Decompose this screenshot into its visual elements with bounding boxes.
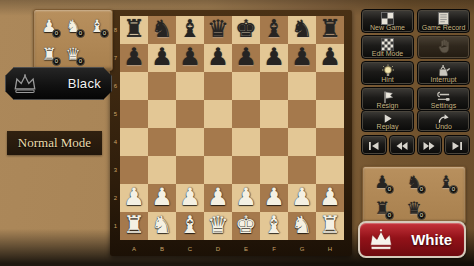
square-a1[interactable]: ♜ [120,212,148,240]
square-h3[interactable] [316,156,344,184]
square-h6[interactable] [316,72,344,100]
capture-count-badge: 0 [52,57,61,66]
white-bishop[interactable]: ♝ [260,212,288,239]
square-d6[interactable] [204,72,232,100]
black-rook[interactable]: ♜ [316,16,344,43]
square-b3[interactable] [148,156,176,184]
square-h8[interactable]: ♜ [316,16,344,44]
white-pawn[interactable]: ♟ [288,184,316,211]
white-queen[interactable]: ♛ [204,212,232,239]
replay-button[interactable]: Replay [361,110,414,132]
hand-icon [437,38,451,54]
rank-label: 4 [111,128,120,156]
tray-pawn: ♟0 [38,13,60,39]
file-label: A [120,244,148,254]
square-e4[interactable] [232,128,260,156]
square-a7[interactable]: ♟ [120,44,148,72]
square-e1[interactable]: ♚ [232,212,260,240]
white-bishop[interactable]: ♝ [176,212,204,239]
square-d7[interactable]: ♟ [204,44,232,72]
square-a6[interactable] [120,72,148,100]
black-knight[interactable]: ♞ [288,16,316,43]
black-king[interactable]: ♚ [232,16,260,43]
capture-count-badge: 0 [417,211,426,220]
square-e8[interactable]: ♚ [232,16,260,44]
game-record-button[interactable]: Game Record [417,9,470,33]
square-c7[interactable]: ♟ [176,44,204,72]
square-a4[interactable] [120,128,148,156]
tray-bishop: ♝0 [86,13,108,39]
white-crown-icon [367,228,395,252]
square-c1[interactable]: ♝ [176,212,204,240]
square-a2[interactable]: ♟ [120,184,148,212]
square-d8[interactable]: ♛ [204,16,232,44]
rank-label: 1 [111,212,120,240]
step-back-button[interactable] [389,135,415,155]
interrupt-button[interactable]: Interrupt [417,61,470,85]
black-pawn[interactable]: ♟ [120,44,148,71]
resign-button[interactable]: Resign [361,87,414,111]
square-f1[interactable]: ♝ [260,212,288,240]
white-pawn[interactable]: ♟ [176,184,204,211]
hint-button[interactable]: Hint [361,61,414,85]
white-knight[interactable]: ♞ [148,212,176,239]
square-b8[interactable]: ♞ [148,16,176,44]
square-a8[interactable]: ♜ [120,16,148,44]
white-pawn[interactable]: ♟ [232,184,260,211]
square-d3[interactable] [204,156,232,184]
file-label: E [232,244,260,254]
white-capture-tray: ♟0♞0♝0♜0♛0 [362,166,466,224]
rank-label: 2 [111,184,120,212]
square-g7[interactable]: ♟ [288,44,316,72]
mode-label: Normal Mode [18,135,91,151]
square-d1[interactable]: ♛ [204,212,232,240]
square-f4[interactable] [260,128,288,156]
square-g2[interactable]: ♟ [288,184,316,212]
square-b6[interactable] [148,72,176,100]
black-knight[interactable]: ♞ [148,16,176,43]
white-pawn[interactable]: ♟ [260,184,288,211]
square-h7[interactable]: ♟ [316,44,344,72]
playback-panel [361,135,470,155]
file-label: B [148,244,176,254]
square-f8[interactable]: ♝ [260,16,288,44]
white-rook[interactable]: ♜ [120,212,148,239]
file-label: C [176,244,204,254]
step-forward-button[interactable] [417,135,443,155]
capture-count-badge: 0 [76,57,85,66]
square-b7[interactable]: ♟ [148,44,176,72]
square-e5[interactable] [232,100,260,128]
file-label: D [204,244,232,254]
square-e3[interactable] [232,156,260,184]
square-d2[interactable]: ♟ [204,184,232,212]
square-g6[interactable] [288,72,316,100]
tray-bishop: ♝0 [435,169,457,195]
white-pawn[interactable]: ♟ [148,184,176,211]
black-pawn[interactable]: ♟ [176,44,204,71]
rank-label: 6 [111,72,120,100]
square-c8[interactable]: ♝ [176,16,204,44]
capture-count-badge: 0 [385,211,394,220]
black-pawn[interactable]: ♟ [288,44,316,71]
new-game-button[interactable]: New Game [361,9,414,33]
square-b2[interactable]: ♟ [148,184,176,212]
black-rook[interactable]: ♜ [120,16,148,43]
black-pawn[interactable]: ♟ [148,44,176,71]
white-pawn[interactable]: ♟ [120,184,148,211]
fast-forward-icon [422,140,436,152]
square-g8[interactable]: ♞ [288,16,316,44]
black-bishop[interactable]: ♝ [176,16,204,43]
black-pawn[interactable]: ♟ [316,44,344,71]
square-f6[interactable] [260,72,288,100]
chess-app-window: 87654321 ♜♞♝♛♚♝♞♜♟♟♟♟♟♟♟♟♟♟♟♟♟♟♟♟♜♞♝♛♚♝♞… [0,0,474,266]
white-player-label: White [395,231,464,248]
capture-count-badge: 0 [76,29,85,38]
capture-count-badge: 0 [417,185,426,194]
black-capture-tray: ♟0♞0♝0♜0♛0 [33,9,113,71]
square-g5[interactable] [288,100,316,128]
square-e6[interactable] [232,72,260,100]
square-h2[interactable]: ♟ [316,184,344,212]
replay-panel: Replay Undo [361,110,470,132]
settings-button[interactable]: Settings [417,87,470,111]
file-label: F [260,244,288,254]
black-crown-icon [12,73,38,95]
menu-panel: New Game Game Record Edit Mode [361,9,470,111]
black-player-banner: Black [5,67,112,100]
edit-mode-button[interactable]: Edit Mode [361,35,414,59]
square-h4[interactable] [316,128,344,156]
white-player-banner: White [358,221,466,258]
square-a3[interactable] [120,156,148,184]
capture-count-badge: 0 [385,185,394,194]
tray-rook: ♜0 [38,41,60,67]
file-label: G [288,244,316,254]
tray-knight: ♞0 [62,13,84,39]
file-label: H [316,244,344,254]
go-to-end-button[interactable] [444,135,470,155]
square-c4[interactable] [176,128,204,156]
undo-button[interactable]: Undo [417,110,470,132]
skip-to-start-icon [367,140,381,152]
skip-to-end-icon [450,140,464,152]
rank-label: 3 [111,156,120,184]
wait-button [417,35,470,59]
rank-label: 5 [111,100,120,128]
square-b5[interactable] [148,100,176,128]
board-grid[interactable]: ♜♞♝♛♚♝♞♜♟♟♟♟♟♟♟♟♟♟♟♟♟♟♟♟♜♞♝♛♚♝♞♜ [120,16,344,240]
rewind-icon [395,140,409,152]
square-h5[interactable] [316,100,344,128]
square-f2[interactable]: ♟ [260,184,288,212]
tray-knight: ♞0 [403,169,425,195]
square-a5[interactable] [120,100,148,128]
chess-board: 87654321 ♜♞♝♛♚♝♞♜♟♟♟♟♟♟♟♟♟♟♟♟♟♟♟♟♜♞♝♛♚♝♞… [110,10,352,256]
square-b4[interactable] [148,128,176,156]
black-queen[interactable]: ♛ [204,16,232,43]
white-king[interactable]: ♚ [232,212,260,239]
white-knight[interactable]: ♞ [288,212,316,239]
tray-rook: ♜0 [371,195,393,221]
square-c5[interactable] [176,100,204,128]
tray-pawn: ♟0 [371,169,393,195]
square-e7[interactable]: ♟ [232,44,260,72]
square-g3[interactable] [288,156,316,184]
square-c6[interactable] [176,72,204,100]
square-f5[interactable] [260,100,288,128]
white-rook[interactable]: ♜ [316,212,344,239]
square-f7[interactable]: ♟ [260,44,288,72]
black-pawn[interactable]: ♟ [204,44,232,71]
square-g4[interactable] [288,128,316,156]
file-labels: ABCDEFGH [120,244,344,254]
capture-count-badge: 0 [100,29,109,38]
square-d5[interactable] [204,100,232,128]
black-player-label: Black [38,76,112,91]
square-c2[interactable]: ♟ [176,184,204,212]
white-pawn[interactable]: ♟ [204,184,232,211]
black-pawn[interactable]: ♟ [260,44,288,71]
tray-queen: ♛0 [403,195,425,221]
square-f3[interactable] [260,156,288,184]
square-e2[interactable]: ♟ [232,184,260,212]
tray-queen: ♛0 [62,41,84,67]
capture-count-badge: 0 [449,185,458,194]
white-pawn[interactable]: ♟ [316,184,344,211]
go-to-start-button[interactable] [361,135,387,155]
capture-count-badge: 0 [52,29,61,38]
square-g1[interactable]: ♞ [288,212,316,240]
black-bishop[interactable]: ♝ [260,16,288,43]
square-c3[interactable] [176,156,204,184]
square-b1[interactable]: ♞ [148,212,176,240]
black-pawn[interactable]: ♟ [232,44,260,71]
square-d4[interactable] [204,128,232,156]
mode-bar: Normal Mode [7,131,102,155]
square-h1[interactable]: ♜ [316,212,344,240]
